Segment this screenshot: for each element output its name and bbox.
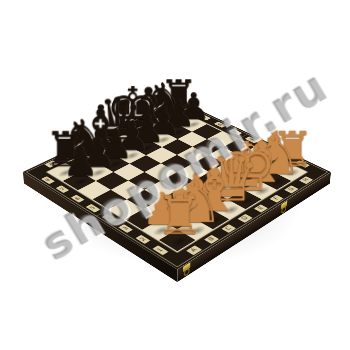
brass-clasp <box>183 262 190 277</box>
piece-shadow <box>169 113 188 122</box>
coord-plaque: A <box>186 246 201 255</box>
piece-shadow <box>154 120 174 130</box>
coord-plaque: 4 <box>102 214 116 222</box>
piece-shadow <box>169 127 189 137</box>
piece-shadow <box>139 127 159 137</box>
piece-shadow <box>154 135 174 145</box>
product-photo: ABCDEFGH ABCDEFGH 87654321 87654321 ♜♞♝♛… <box>0 0 350 350</box>
piece-shadow <box>138 142 158 153</box>
piece-black-pawn: ♟ <box>50 141 111 182</box>
coord-plaque: 7 <box>56 185 69 193</box>
piece-shadow <box>184 120 203 130</box>
coord-plaque: 1 <box>153 246 168 255</box>
coord-plaque: 6 <box>71 195 84 203</box>
coord-plaque: 5 <box>86 204 100 212</box>
piece-white-rook: ♜ <box>146 187 213 241</box>
